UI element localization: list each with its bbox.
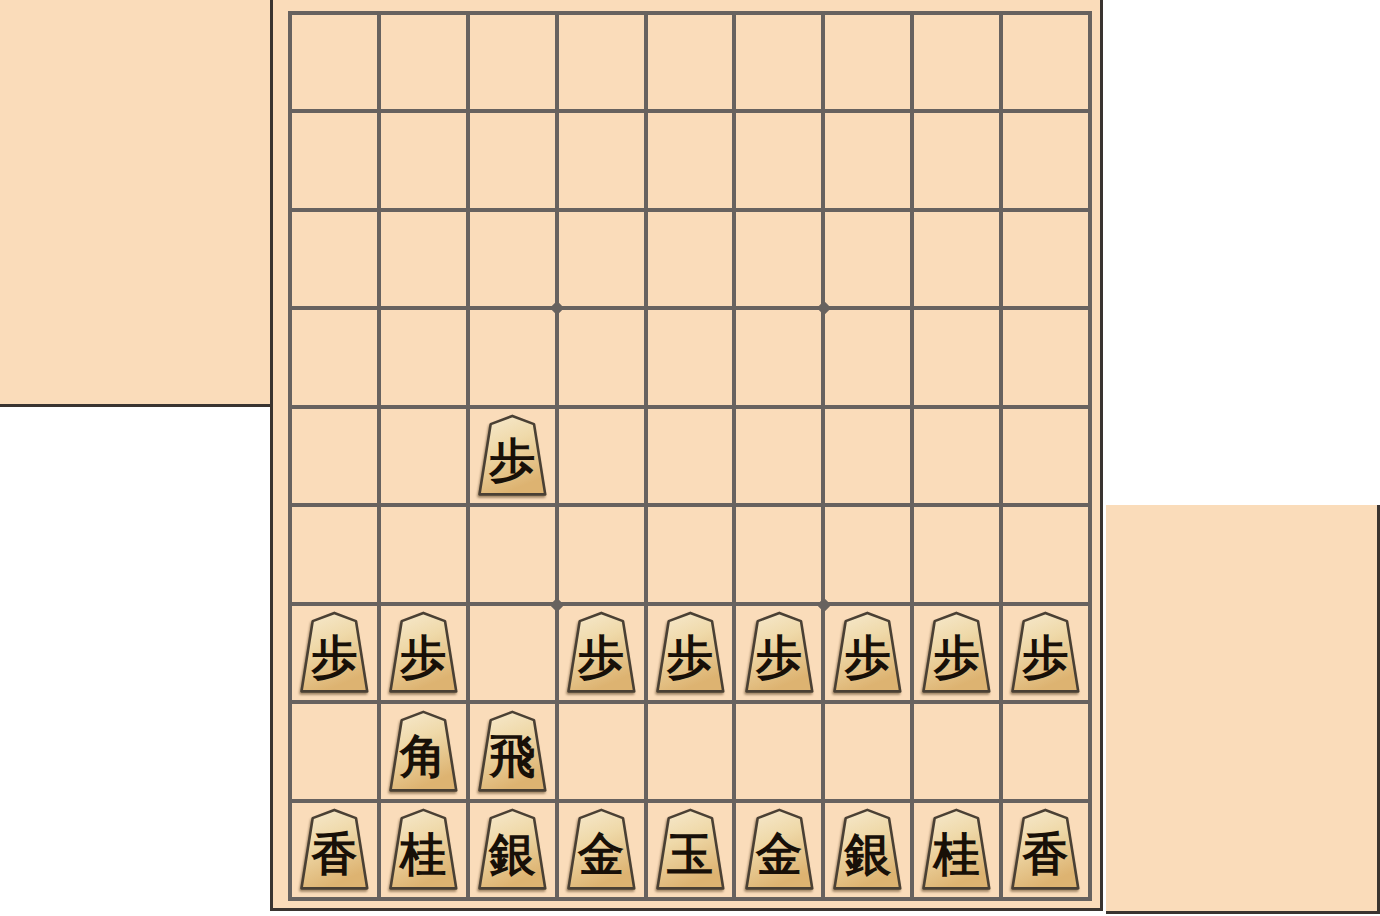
board-cell[interactable]: [825, 212, 910, 306]
piece-kanji: 歩: [578, 634, 624, 680]
shogi-piece-knight[interactable]: 桂: [919, 807, 994, 892]
piece-kanji: 香: [1023, 831, 1069, 877]
board-cell[interactable]: [381, 15, 466, 109]
board-cell[interactable]: [825, 113, 910, 207]
piece-kanji: 歩: [489, 437, 535, 483]
board-cell[interactable]: [825, 409, 910, 503]
piece-kanji: 香: [311, 831, 357, 877]
board-cell[interactable]: 歩: [648, 606, 733, 700]
piece-kanji: 歩: [667, 634, 713, 680]
board-cell[interactable]: [381, 310, 466, 404]
board-cell[interactable]: [736, 409, 821, 503]
shogi-piece-silver[interactable]: 銀: [830, 807, 905, 892]
board-cell[interactable]: [559, 310, 644, 404]
board-cell[interactable]: [470, 113, 555, 207]
board-cell[interactable]: 玉: [648, 803, 733, 897]
board-cell[interactable]: [470, 507, 555, 601]
shogi-grid: 歩歩歩歩歩歩歩歩歩角飛香桂銀金玉金銀桂香: [288, 11, 1092, 901]
board-cell[interactable]: [648, 15, 733, 109]
board-cell[interactable]: [825, 507, 910, 601]
board-cell[interactable]: 歩: [736, 606, 821, 700]
board-cell[interactable]: 銀: [825, 803, 910, 897]
shogi-piece-pawn[interactable]: 歩: [297, 610, 372, 695]
shogi-piece-pawn[interactable]: 歩: [386, 610, 461, 695]
board-cell[interactable]: [292, 113, 377, 207]
board-cell[interactable]: 歩: [470, 409, 555, 503]
board-cell[interactable]: 桂: [381, 803, 466, 897]
board-cell[interactable]: [292, 212, 377, 306]
piece-kanji: 歩: [1023, 634, 1069, 680]
board-cell[interactable]: [381, 113, 466, 207]
board-cell[interactable]: [381, 507, 466, 601]
board-cell[interactable]: [914, 409, 999, 503]
board-cell[interactable]: [292, 507, 377, 601]
board-cell[interactable]: [470, 212, 555, 306]
board-cell[interactable]: [381, 409, 466, 503]
board-cell[interactable]: [648, 212, 733, 306]
board-cell[interactable]: [736, 113, 821, 207]
board-cell[interactable]: 飛: [470, 704, 555, 798]
board-cell[interactable]: 歩: [1003, 606, 1088, 700]
board-cell[interactable]: [648, 507, 733, 601]
piece-kanji: 角: [400, 733, 446, 779]
shogi-piece-pawn[interactable]: 歩: [475, 413, 550, 498]
shogi-piece-knight[interactable]: 桂: [386, 807, 461, 892]
komadai-sente[interactable]: [1106, 505, 1380, 914]
board-cell[interactable]: 銀: [470, 803, 555, 897]
shogi-piece-bishop[interactable]: 角: [386, 709, 461, 794]
board-cell[interactable]: [914, 15, 999, 109]
shogi-piece-pawn[interactable]: 歩: [653, 610, 728, 695]
shogi-piece-lance[interactable]: 香: [1008, 807, 1083, 892]
board-cell[interactable]: [736, 212, 821, 306]
piece-kanji: 金: [578, 831, 624, 877]
piece-kanji: 歩: [400, 634, 446, 680]
board-cell[interactable]: 金: [736, 803, 821, 897]
piece-kanji: 桂: [400, 831, 446, 877]
board-cell[interactable]: [736, 704, 821, 798]
board-cell[interactable]: [648, 310, 733, 404]
board-cell[interactable]: [292, 15, 377, 109]
board-cell[interactable]: [825, 310, 910, 404]
shogi-piece-pawn[interactable]: 歩: [830, 610, 905, 695]
shogi-piece-gold[interactable]: 金: [742, 807, 817, 892]
board-cell[interactable]: [1003, 409, 1088, 503]
board-cell[interactable]: 角: [381, 704, 466, 798]
shogi-board: 歩歩歩歩歩歩歩歩歩角飛香桂銀金玉金銀桂香: [270, 0, 1103, 911]
board-cell[interactable]: [648, 113, 733, 207]
board-cell[interactable]: [292, 310, 377, 404]
board-cell[interactable]: [914, 212, 999, 306]
board-cell[interactable]: [470, 606, 555, 700]
board-cell[interactable]: [470, 15, 555, 109]
board-cell[interactable]: [381, 212, 466, 306]
board-cell[interactable]: [559, 113, 644, 207]
board-cell[interactable]: 香: [292, 803, 377, 897]
board-cell[interactable]: [292, 409, 377, 503]
board-cell[interactable]: 歩: [381, 606, 466, 700]
board-cell[interactable]: [292, 704, 377, 798]
board-cell[interactable]: 香: [1003, 803, 1088, 897]
shogi-piece-lance[interactable]: 香: [297, 807, 372, 892]
piece-kanji: 銀: [845, 831, 891, 877]
piece-kanji: 歩: [311, 634, 357, 680]
board-cell[interactable]: [736, 15, 821, 109]
board-cell[interactable]: [559, 704, 644, 798]
board-cell[interactable]: 歩: [559, 606, 644, 700]
board-cell[interactable]: [1003, 507, 1088, 601]
board-cell[interactable]: [914, 507, 999, 601]
board-cell[interactable]: 歩: [825, 606, 910, 700]
shogi-piece-king[interactable]: 玉: [653, 807, 728, 892]
board-cell[interactable]: [1003, 212, 1088, 306]
board-cell[interactable]: [914, 310, 999, 404]
piece-kanji: 飛: [489, 733, 535, 779]
shogi-piece-pawn[interactable]: 歩: [742, 610, 817, 695]
shogi-piece-silver[interactable]: 銀: [475, 807, 550, 892]
board-cell[interactable]: [825, 704, 910, 798]
board-cell[interactable]: [559, 409, 644, 503]
board-cell[interactable]: [914, 113, 999, 207]
shogi-piece-pawn[interactable]: 歩: [1008, 610, 1083, 695]
shogi-piece-pawn[interactable]: 歩: [919, 610, 994, 695]
board-cell[interactable]: [648, 704, 733, 798]
shogi-piece-pawn[interactable]: 歩: [564, 610, 639, 695]
piece-kanji: 玉: [667, 831, 713, 877]
piece-kanji: 歩: [756, 634, 802, 680]
board-cell[interactable]: [648, 409, 733, 503]
board-cell[interactable]: [1003, 704, 1088, 798]
board-cell[interactable]: [1003, 113, 1088, 207]
komadai-gote[interactable]: [0, 0, 274, 407]
shogi-piece-rook[interactable]: 飛: [475, 709, 550, 794]
piece-kanji: 金: [756, 831, 802, 877]
board-cell[interactable]: [1003, 310, 1088, 404]
board-cell[interactable]: [914, 704, 999, 798]
board-cell[interactable]: [470, 310, 555, 404]
shogi-piece-gold[interactable]: 金: [564, 807, 639, 892]
piece-kanji: 歩: [934, 634, 980, 680]
board-cell[interactable]: [825, 15, 910, 109]
board-cell[interactable]: [559, 212, 644, 306]
board-cell[interactable]: 歩: [914, 606, 999, 700]
board-cell[interactable]: [1003, 15, 1088, 109]
board-cell[interactable]: [736, 507, 821, 601]
board-cell[interactable]: [736, 310, 821, 404]
board-cell[interactable]: 桂: [914, 803, 999, 897]
board-cell[interactable]: 歩: [292, 606, 377, 700]
board-cell[interactable]: 金: [559, 803, 644, 897]
piece-kanji: 桂: [934, 831, 980, 877]
board-cell[interactable]: [559, 15, 644, 109]
piece-kanji: 歩: [845, 634, 891, 680]
board-cell[interactable]: [559, 507, 644, 601]
piece-kanji: 銀: [489, 831, 535, 877]
